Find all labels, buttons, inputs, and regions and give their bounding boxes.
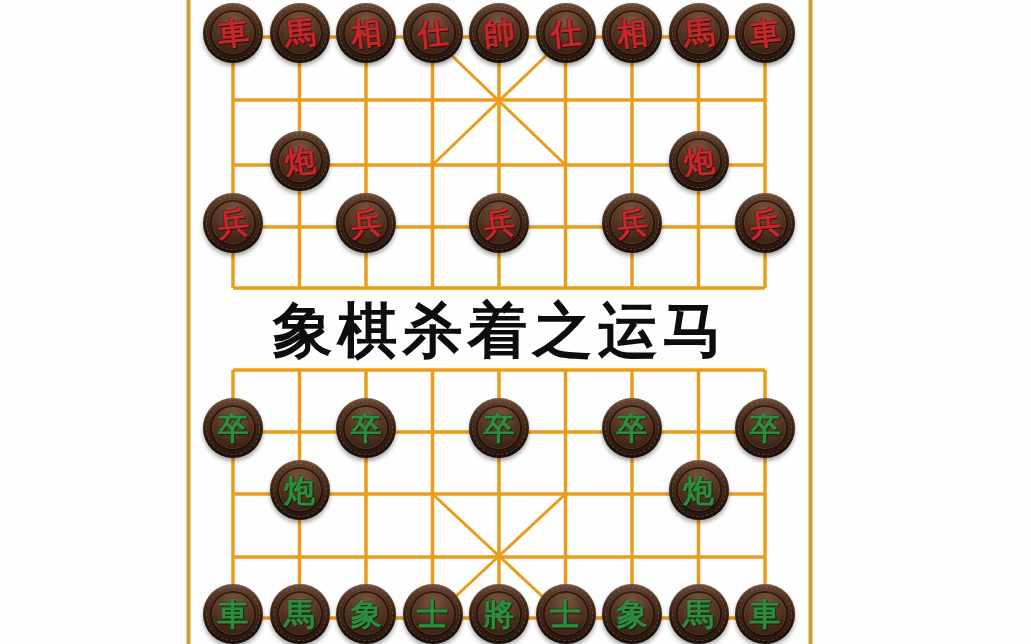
piece-character: 卒: [469, 398, 529, 458]
piece-red-horse[interactable]: 馬: [669, 3, 729, 63]
piece-green-horse[interactable]: 馬: [669, 584, 729, 644]
title-overlay: 象棋杀着之运马: [188, 294, 812, 368]
piece-character: 兵: [732, 190, 798, 256]
piece-red-advisor[interactable]: 仕: [403, 3, 463, 63]
piece-green-cannon[interactable]: 炮: [270, 460, 330, 520]
piece-red-elephant[interactable]: 相: [336, 3, 396, 63]
piece-character: 馬: [270, 584, 330, 644]
piece-character: 卒: [735, 398, 795, 458]
piece-character: 仕: [400, 0, 466, 66]
piece-green-cannon[interactable]: 炮: [669, 460, 729, 520]
piece-red-general[interactable]: 帥: [469, 3, 529, 63]
piece-green-elephant[interactable]: 象: [336, 584, 396, 644]
piece-character: 馬: [669, 584, 729, 644]
piece-green-soldier[interactable]: 卒: [336, 398, 396, 458]
piece-green-advisor[interactable]: 士: [403, 584, 463, 644]
piece-character: 象: [602, 584, 662, 644]
piece-green-horse[interactable]: 馬: [270, 584, 330, 644]
piece-green-soldier[interactable]: 卒: [735, 398, 795, 458]
piece-character: 卒: [203, 398, 263, 458]
piece-character: 象: [336, 584, 396, 644]
piece-character: 炮: [267, 128, 333, 194]
piece-character: 士: [536, 584, 596, 644]
piece-green-general[interactable]: 將: [469, 584, 529, 644]
xiangqi-cover: 車馬相仕帥仕相馬車炮炮兵兵兵兵兵卒卒卒卒卒炮炮車馬象士將士象馬車 象棋杀着之运马: [0, 0, 1031, 644]
piece-green-chariot[interactable]: 車: [735, 584, 795, 644]
piece-character: 馬: [666, 0, 732, 66]
piece-character: 炮: [270, 460, 330, 520]
piece-character: 卒: [336, 398, 396, 458]
piece-red-soldier[interactable]: 兵: [203, 193, 263, 253]
piece-red-horse[interactable]: 馬: [270, 3, 330, 63]
piece-character: 卒: [602, 398, 662, 458]
piece-character: 士: [403, 584, 463, 644]
piece-green-advisor[interactable]: 士: [536, 584, 596, 644]
piece-red-chariot[interactable]: 車: [203, 3, 263, 63]
piece-character: 車: [200, 0, 266, 66]
piece-red-soldier[interactable]: 兵: [602, 193, 662, 253]
piece-character: 帥: [466, 0, 532, 66]
piece-character: 兵: [466, 190, 532, 256]
piece-character: 炮: [669, 460, 729, 520]
piece-character: 車: [203, 584, 263, 644]
piece-character: 兵: [200, 190, 266, 256]
piece-red-soldier[interactable]: 兵: [735, 193, 795, 253]
piece-character: 相: [333, 0, 399, 66]
piece-character: 兵: [599, 190, 665, 256]
piece-red-advisor[interactable]: 仕: [536, 3, 596, 63]
piece-red-elephant[interactable]: 相: [602, 3, 662, 63]
piece-character: 車: [735, 584, 795, 644]
piece-character: 馬: [267, 0, 333, 66]
piece-red-soldier[interactable]: 兵: [336, 193, 396, 253]
piece-character: 相: [599, 0, 665, 66]
piece-red-soldier[interactable]: 兵: [469, 193, 529, 253]
piece-green-soldier[interactable]: 卒: [602, 398, 662, 458]
piece-red-cannon[interactable]: 炮: [270, 131, 330, 191]
piece-character: 將: [469, 584, 529, 644]
piece-character: 炮: [666, 128, 732, 194]
piece-character: 仕: [533, 0, 599, 66]
piece-green-soldier[interactable]: 卒: [203, 398, 263, 458]
piece-green-soldier[interactable]: 卒: [469, 398, 529, 458]
piece-red-cannon[interactable]: 炮: [669, 131, 729, 191]
piece-character: 兵: [333, 190, 399, 256]
piece-green-chariot[interactable]: 車: [203, 584, 263, 644]
piece-green-elephant[interactable]: 象: [602, 584, 662, 644]
piece-red-chariot[interactable]: 車: [735, 3, 795, 63]
piece-character: 車: [732, 0, 798, 66]
